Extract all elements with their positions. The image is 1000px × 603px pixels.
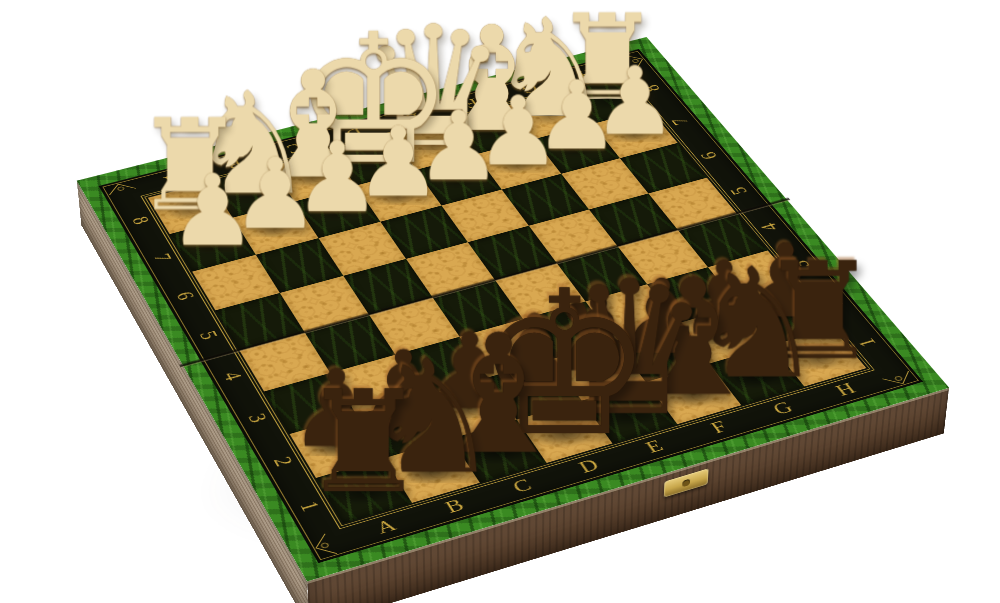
product-photo-scene: chess 87654321 87654321 ABCDEFGH ABCDEFG… xyxy=(0,0,1000,603)
brass-clasp xyxy=(664,468,709,497)
